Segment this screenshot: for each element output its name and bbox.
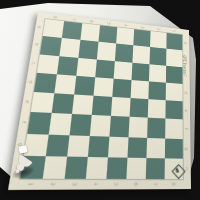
knight-icon: ♞ xyxy=(172,162,183,179)
board-square[interactable] xyxy=(116,27,134,45)
board-square[interactable] xyxy=(130,98,149,118)
brand-text: ©Chess xyxy=(182,54,188,117)
board-square[interactable] xyxy=(150,47,167,65)
board-square[interactable] xyxy=(59,38,80,57)
board-square[interactable] xyxy=(166,65,183,83)
board-square[interactable] xyxy=(43,156,67,179)
board-square[interactable] xyxy=(150,31,167,49)
board-square[interactable] xyxy=(112,78,131,98)
board-square[interactable] xyxy=(165,119,183,139)
board-square[interactable] xyxy=(127,137,147,158)
board-square[interactable] xyxy=(131,80,149,99)
board-square[interactable] xyxy=(126,157,146,179)
board-square[interactable] xyxy=(54,74,76,94)
board-square[interactable] xyxy=(166,33,182,51)
board-square[interactable] xyxy=(37,54,59,74)
board-square[interactable] xyxy=(46,134,70,156)
board-square[interactable] xyxy=(57,56,78,76)
board-square[interactable] xyxy=(109,116,129,137)
board-square[interactable] xyxy=(34,73,57,94)
board-square[interactable] xyxy=(86,157,108,179)
board-square[interactable] xyxy=(148,99,166,119)
board-square[interactable] xyxy=(70,114,92,135)
board-square[interactable] xyxy=(106,157,127,179)
board-square[interactable] xyxy=(115,44,133,63)
board-square[interactable] xyxy=(166,49,182,67)
board-square[interactable] xyxy=(90,115,111,136)
board-square[interactable] xyxy=(146,158,165,179)
board-square[interactable] xyxy=(31,92,55,113)
board-square[interactable] xyxy=(95,59,115,78)
board-square[interactable] xyxy=(74,76,95,96)
board-square[interactable] xyxy=(80,23,100,42)
board-square[interactable] xyxy=(76,57,97,77)
chess-board-grid xyxy=(20,19,183,179)
board-square[interactable] xyxy=(72,94,94,115)
board-square[interactable] xyxy=(129,117,148,137)
board-square[interactable] xyxy=(146,137,165,158)
board-square[interactable] xyxy=(67,135,90,157)
board-square[interactable] xyxy=(65,156,88,179)
edge-labels-bottom: 12345678 xyxy=(18,179,183,190)
board-square[interactable] xyxy=(165,138,183,158)
board-square[interactable] xyxy=(49,113,72,135)
board-square[interactable] xyxy=(166,82,183,101)
board-square[interactable] xyxy=(62,21,82,40)
board-square[interactable] xyxy=(94,77,114,97)
board-square[interactable] xyxy=(92,96,113,116)
board-square[interactable] xyxy=(111,97,131,117)
board-square[interactable] xyxy=(114,61,133,80)
photo-scene: 87654321 12345678 abcdefgh abcdefgh ©Che… xyxy=(0,0,200,200)
board-square[interactable] xyxy=(133,29,150,47)
board-square[interactable] xyxy=(88,135,110,157)
fallen-white-pawn[interactable]: ♟ xyxy=(8,148,36,182)
white-pawn-icon: ♟ xyxy=(6,149,37,181)
board-square[interactable] xyxy=(97,42,116,61)
board-square[interactable] xyxy=(148,81,166,100)
board-square[interactable] xyxy=(149,64,166,83)
board-square[interactable] xyxy=(52,93,75,114)
board-square[interactable] xyxy=(43,19,64,38)
board-square[interactable] xyxy=(27,112,51,134)
brand-logo: ♞ xyxy=(172,162,183,179)
board-square[interactable] xyxy=(132,45,150,63)
board-square[interactable] xyxy=(132,62,150,81)
board-square[interactable] xyxy=(165,100,182,119)
board-square[interactable] xyxy=(40,36,62,56)
board-square[interactable] xyxy=(108,136,129,157)
board-square[interactable] xyxy=(98,25,117,43)
board-square[interactable] xyxy=(147,118,165,138)
board-square[interactable] xyxy=(78,40,98,59)
